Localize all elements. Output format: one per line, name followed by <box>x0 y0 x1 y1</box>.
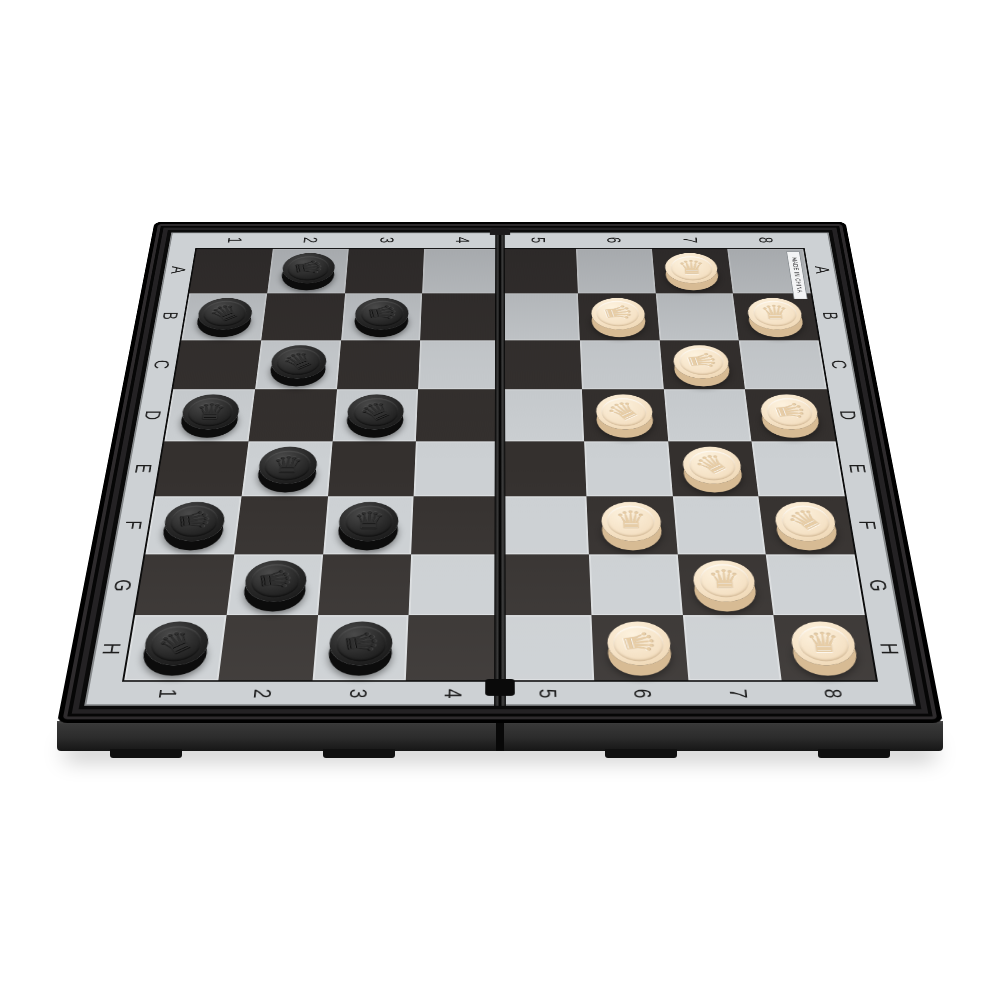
square-F6[interactable]: ♛ <box>586 496 677 554</box>
square-G4[interactable] <box>409 554 500 615</box>
board-foot <box>605 749 677 758</box>
square-F1[interactable]: ♛ <box>145 496 241 554</box>
square-G5[interactable] <box>500 554 591 615</box>
white-piece[interactable]: ♛ <box>746 298 804 330</box>
square-C2[interactable]: ♛ <box>255 340 341 389</box>
crown-emblem-icon: ♛ <box>768 400 810 423</box>
square-C6[interactable] <box>580 340 664 389</box>
product-photo-stage: 12345678 12345678 ABCDEFGH ABCDEFGH MADE… <box>0 0 1000 1000</box>
crown-emblem-icon: ♛ <box>354 397 399 426</box>
square-H1[interactable]: ♛ <box>124 615 226 680</box>
made-in-china-text: MADE IN CHINA <box>790 257 804 292</box>
square-A3[interactable] <box>345 249 425 294</box>
square-A7[interactable]: ♛ <box>652 249 733 294</box>
white-piece[interactable]: ♛ <box>606 622 672 666</box>
black-piece[interactable]: ♛ <box>354 298 409 330</box>
square-A4[interactable] <box>422 249 500 294</box>
square-C3[interactable] <box>337 340 421 389</box>
crown-emblem-icon: ♛ <box>340 628 383 657</box>
square-C8[interactable] <box>739 340 827 389</box>
square-H6[interactable]: ♛ <box>591 615 688 680</box>
crown-emblem-icon: ♛ <box>255 566 296 593</box>
white-piece[interactable]: ♛ <box>682 447 744 484</box>
hinge-fold <box>494 232 506 705</box>
board-face: 12345678 12345678 ABCDEFGH ABCDEFGH MADE… <box>84 232 916 705</box>
white-piece[interactable]: ♛ <box>590 298 645 330</box>
black-piece[interactable]: ♛ <box>257 447 319 484</box>
square-C5[interactable] <box>500 340 582 389</box>
black-piece[interactable]: ♛ <box>338 502 400 541</box>
crown-emblem-icon: ♛ <box>194 400 228 422</box>
square-H5[interactable] <box>500 615 594 680</box>
crown-emblem-icon: ♛ <box>277 347 320 374</box>
square-H7[interactable] <box>682 615 781 680</box>
square-E6[interactable] <box>584 441 673 496</box>
black-piece[interactable]: ♛ <box>243 560 308 602</box>
black-piece[interactable]: ♛ <box>142 622 211 666</box>
crown-emblem-icon: ♛ <box>676 258 707 277</box>
board-front-edge <box>57 721 943 751</box>
square-H2[interactable] <box>218 615 317 680</box>
white-piece[interactable]: ♛ <box>600 502 662 541</box>
square-E4[interactable] <box>414 441 500 496</box>
square-E2[interactable]: ♛ <box>241 441 332 496</box>
square-B1[interactable]: ♛ <box>181 293 267 340</box>
square-F3[interactable]: ♛ <box>323 496 414 554</box>
crown-emblem-icon: ♛ <box>614 508 648 532</box>
square-H3[interactable]: ♛ <box>312 615 409 680</box>
crown-emblem-icon: ♛ <box>352 508 386 532</box>
square-B8[interactable]: ♛ <box>733 293 819 340</box>
black-piece[interactable]: ♛ <box>269 345 327 378</box>
square-D6[interactable]: ♛ <box>582 389 668 441</box>
white-piece[interactable]: ♛ <box>773 502 838 541</box>
square-B7[interactable] <box>655 293 739 340</box>
crown-emblem-icon: ♛ <box>204 300 246 326</box>
square-F2[interactable] <box>234 496 328 554</box>
square-B5[interactable] <box>500 293 580 340</box>
white-piece[interactable]: ♛ <box>789 622 858 666</box>
crown-emblem-icon: ♛ <box>291 258 326 278</box>
square-B2[interactable] <box>261 293 345 340</box>
crown-emblem-icon: ♛ <box>759 303 791 323</box>
crown-emblem-icon: ♛ <box>364 303 401 324</box>
black-piece[interactable]: ♛ <box>180 395 241 430</box>
square-E7[interactable]: ♛ <box>668 441 759 496</box>
black-piece[interactable]: ♛ <box>162 502 227 541</box>
square-D1[interactable]: ♛ <box>164 389 254 441</box>
black-piece[interactable]: ♛ <box>196 298 254 330</box>
square-H4[interactable] <box>406 615 500 680</box>
square-H8[interactable]: ♛ <box>774 615 876 680</box>
square-E5[interactable] <box>500 441 586 496</box>
square-G6[interactable] <box>589 554 683 615</box>
board-foot <box>818 749 890 758</box>
square-A6[interactable] <box>576 249 656 294</box>
board-foot <box>110 749 182 758</box>
hinge-gap-front <box>496 721 504 751</box>
crown-emblem-icon: ♛ <box>681 350 721 372</box>
crown-emblem-icon: ♛ <box>616 628 661 657</box>
square-G7[interactable]: ♛ <box>677 554 773 615</box>
board-foot <box>323 749 395 758</box>
square-E1[interactable] <box>155 441 248 496</box>
crown-emblem-icon: ♛ <box>804 629 843 656</box>
square-E3[interactable] <box>328 441 417 496</box>
crown-emblem-icon: ♛ <box>689 449 736 479</box>
white-piece[interactable]: ♛ <box>595 395 653 430</box>
square-G8[interactable] <box>766 554 865 615</box>
crown-emblem-icon: ♛ <box>175 508 214 533</box>
square-G1[interactable] <box>135 554 234 615</box>
crown-emblem-icon: ♛ <box>706 567 742 592</box>
checkers-board: 12345678 12345678 ABCDEFGH ABCDEFGH MADE… <box>57 222 943 723</box>
crown-emblem-icon: ♛ <box>601 397 647 426</box>
black-piece[interactable]: ♛ <box>328 622 394 666</box>
square-F5[interactable] <box>500 496 589 554</box>
white-piece[interactable]: ♛ <box>759 395 820 430</box>
square-F8[interactable]: ♛ <box>759 496 855 554</box>
white-piece[interactable]: ♛ <box>672 345 730 378</box>
square-D5[interactable] <box>500 389 584 441</box>
crown-emblem-icon: ♛ <box>271 453 305 476</box>
square-D4[interactable] <box>416 389 500 441</box>
white-piece[interactable]: ♛ <box>664 253 719 283</box>
black-piece[interactable]: ♛ <box>347 395 405 430</box>
square-F7[interactable] <box>672 496 766 554</box>
square-G2[interactable]: ♛ <box>226 554 322 615</box>
black-piece[interactable]: ♛ <box>281 253 336 283</box>
square-G3[interactable] <box>318 554 412 615</box>
crown-emblem-icon: ♛ <box>599 303 637 324</box>
square-D2[interactable] <box>248 389 336 441</box>
square-D3[interactable]: ♛ <box>332 389 418 441</box>
square-A2[interactable]: ♛ <box>267 249 348 294</box>
square-D8[interactable]: ♛ <box>745 389 835 441</box>
square-C1[interactable] <box>173 340 261 389</box>
white-piece[interactable]: ♛ <box>692 560 757 602</box>
square-D7[interactable] <box>663 389 751 441</box>
crown-emblem-icon: ♛ <box>781 504 830 536</box>
crown-emblem-icon: ♛ <box>152 625 201 661</box>
square-A1[interactable] <box>189 249 272 294</box>
square-E8[interactable] <box>752 441 845 496</box>
square-C7[interactable]: ♛ <box>659 340 745 389</box>
square-A5[interactable] <box>500 249 578 294</box>
square-B4[interactable] <box>420 293 500 340</box>
square-B3[interactable]: ♛ <box>341 293 423 340</box>
square-B6[interactable]: ♛ <box>578 293 660 340</box>
square-C4[interactable] <box>418 340 500 389</box>
square-F4[interactable] <box>411 496 500 554</box>
